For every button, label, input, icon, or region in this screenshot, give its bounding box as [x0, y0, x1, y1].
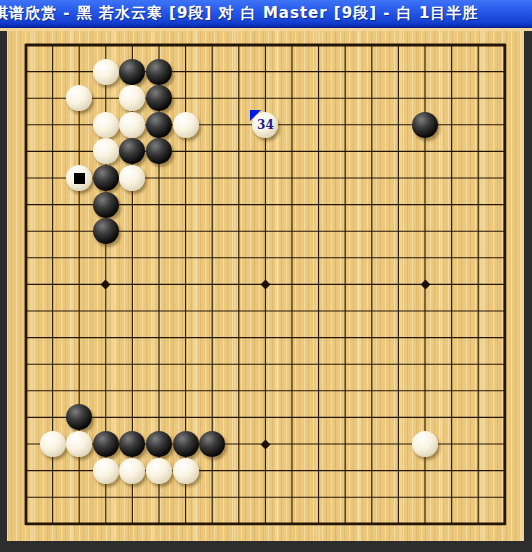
window-title: 棋谱欣赏 - 黑 若水云寒 [9段] 对 白 Master [9段] - 白 1…: [0, 0, 478, 27]
kifu-viewer-window: 棋谱欣赏 - 黑 若水云寒 [9段] 对 白 Master [9段] - 白 1…: [0, 0, 532, 552]
square-marker-icon: [74, 173, 85, 184]
white-stone: [146, 458, 172, 484]
white-stone: [412, 431, 438, 457]
white-stone: [119, 112, 145, 138]
black-stone: [173, 431, 199, 457]
title-bar[interactable]: 棋谱欣赏 - 黑 若水云寒 [9段] 对 白 Master [9段] - 白 1…: [0, 0, 532, 28]
white-stone: [93, 59, 119, 85]
black-stone: [146, 85, 172, 111]
black-stone: [93, 431, 119, 457]
black-stone: [93, 218, 119, 244]
white-stone: [93, 138, 119, 164]
white-stone: [40, 431, 66, 457]
black-stone: [199, 431, 225, 457]
go-board: 34: [7, 31, 524, 541]
white-stone: 34: [252, 112, 278, 138]
black-stone: [146, 112, 172, 138]
last-move-triangle-icon: [250, 110, 261, 121]
white-stone: [66, 431, 92, 457]
white-stone: [119, 458, 145, 484]
white-stone: [93, 458, 119, 484]
black-stone: [93, 165, 119, 191]
black-stone: [146, 431, 172, 457]
black-stone: [93, 192, 119, 218]
white-stone: [93, 112, 119, 138]
black-stone: [146, 59, 172, 85]
black-stone: [412, 112, 438, 138]
white-stone: [173, 112, 199, 138]
black-stone: [119, 59, 145, 85]
white-stone: [66, 165, 92, 191]
white-stone: [173, 458, 199, 484]
